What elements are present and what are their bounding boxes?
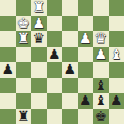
piece-white-bishop[interactable]: ♝ bbox=[110, 47, 123, 63]
square-c5[interactable] bbox=[31, 47, 47, 63]
square-d5[interactable]: ♟ bbox=[47, 47, 63, 63]
square-f1[interactable] bbox=[78, 109, 94, 125]
square-e3[interactable] bbox=[62, 78, 78, 94]
square-f5[interactable] bbox=[78, 47, 94, 63]
square-c6[interactable]: ♛ bbox=[31, 31, 47, 47]
piece-black-pawn[interactable]: ♟ bbox=[110, 93, 123, 109]
square-g3[interactable]: ♝ bbox=[93, 78, 109, 94]
square-g4[interactable] bbox=[93, 62, 109, 78]
piece-black-queen[interactable]: ♛ bbox=[32, 31, 45, 47]
square-c7[interactable]: ♟ bbox=[31, 16, 47, 32]
square-g8[interactable] bbox=[93, 0, 109, 16]
square-a2[interactable] bbox=[0, 93, 16, 109]
piece-white-rook[interactable]: ♜ bbox=[17, 31, 30, 47]
square-d2[interactable] bbox=[47, 93, 63, 109]
piece-white-pawn[interactable]: ♟ bbox=[79, 31, 92, 47]
square-h3[interactable] bbox=[109, 78, 125, 94]
square-e2[interactable] bbox=[62, 93, 78, 109]
square-a7[interactable] bbox=[0, 16, 16, 32]
square-e7[interactable] bbox=[62, 16, 78, 32]
square-b2[interactable] bbox=[16, 93, 32, 109]
chess-board: ♜♚♟♜♛♟♛♟♟♝♟♟♝♟♝♟♜♚ bbox=[0, 0, 124, 124]
square-b5[interactable] bbox=[16, 47, 32, 63]
square-d1[interactable] bbox=[47, 109, 63, 125]
square-f6[interactable]: ♟ bbox=[78, 31, 94, 47]
piece-black-pawn[interactable]: ♟ bbox=[79, 93, 92, 109]
square-h2[interactable]: ♟ bbox=[109, 93, 125, 109]
piece-white-rook[interactable]: ♜ bbox=[32, 0, 45, 16]
square-g2[interactable]: ♝ bbox=[93, 93, 109, 109]
piece-black-pawn[interactable]: ♟ bbox=[1, 62, 14, 78]
piece-black-bishop[interactable]: ♝ bbox=[94, 93, 107, 109]
square-a6[interactable] bbox=[0, 31, 16, 47]
piece-white-queen[interactable]: ♛ bbox=[94, 31, 107, 47]
square-a5[interactable] bbox=[0, 47, 16, 63]
square-b8[interactable] bbox=[16, 0, 32, 16]
square-d6[interactable] bbox=[47, 31, 63, 47]
piece-black-bishop[interactable]: ♝ bbox=[94, 78, 107, 94]
square-g7[interactable] bbox=[93, 16, 109, 32]
square-g1[interactable]: ♚ bbox=[93, 109, 109, 125]
piece-black-pawn[interactable]: ♟ bbox=[48, 47, 61, 63]
square-c3[interactable] bbox=[31, 78, 47, 94]
square-a4[interactable]: ♟ bbox=[0, 62, 16, 78]
square-a1[interactable] bbox=[0, 109, 16, 125]
square-c2[interactable] bbox=[31, 93, 47, 109]
square-f2[interactable]: ♟ bbox=[78, 93, 94, 109]
piece-white-pawn[interactable]: ♟ bbox=[94, 47, 107, 63]
square-f4[interactable] bbox=[78, 62, 94, 78]
square-h6[interactable] bbox=[109, 31, 125, 47]
square-h7[interactable] bbox=[109, 16, 125, 32]
square-a8[interactable] bbox=[0, 0, 16, 16]
square-f7[interactable] bbox=[78, 16, 94, 32]
square-e4[interactable]: ♟ bbox=[62, 62, 78, 78]
piece-white-king[interactable]: ♚ bbox=[17, 16, 30, 32]
square-d4[interactable] bbox=[47, 62, 63, 78]
square-h1[interactable] bbox=[109, 109, 125, 125]
square-d8[interactable] bbox=[47, 0, 63, 16]
square-c1[interactable] bbox=[31, 109, 47, 125]
square-b7[interactable]: ♚ bbox=[16, 16, 32, 32]
square-c8[interactable]: ♜ bbox=[31, 0, 47, 16]
square-f3[interactable] bbox=[78, 78, 94, 94]
square-d3[interactable] bbox=[47, 78, 63, 94]
square-h5[interactable]: ♝ bbox=[109, 47, 125, 63]
square-f8[interactable] bbox=[78, 0, 94, 16]
square-b6[interactable]: ♜ bbox=[16, 31, 32, 47]
square-b1[interactable]: ♜ bbox=[16, 109, 32, 125]
piece-white-pawn[interactable]: ♟ bbox=[32, 16, 45, 32]
square-b3[interactable] bbox=[16, 78, 32, 94]
square-e6[interactable] bbox=[62, 31, 78, 47]
square-a3[interactable] bbox=[0, 78, 16, 94]
piece-black-rook[interactable]: ♜ bbox=[17, 109, 30, 125]
square-h4[interactable] bbox=[109, 62, 125, 78]
square-h8[interactable] bbox=[109, 0, 125, 16]
square-g5[interactable]: ♟ bbox=[93, 47, 109, 63]
square-b4[interactable] bbox=[16, 62, 32, 78]
square-c4[interactable] bbox=[31, 62, 47, 78]
square-d7[interactable] bbox=[47, 16, 63, 32]
square-g6[interactable]: ♛ bbox=[93, 31, 109, 47]
square-e8[interactable] bbox=[62, 0, 78, 16]
square-e1[interactable] bbox=[62, 109, 78, 125]
square-e5[interactable] bbox=[62, 47, 78, 63]
piece-black-king[interactable]: ♚ bbox=[94, 109, 107, 125]
piece-black-pawn[interactable]: ♟ bbox=[63, 62, 76, 78]
